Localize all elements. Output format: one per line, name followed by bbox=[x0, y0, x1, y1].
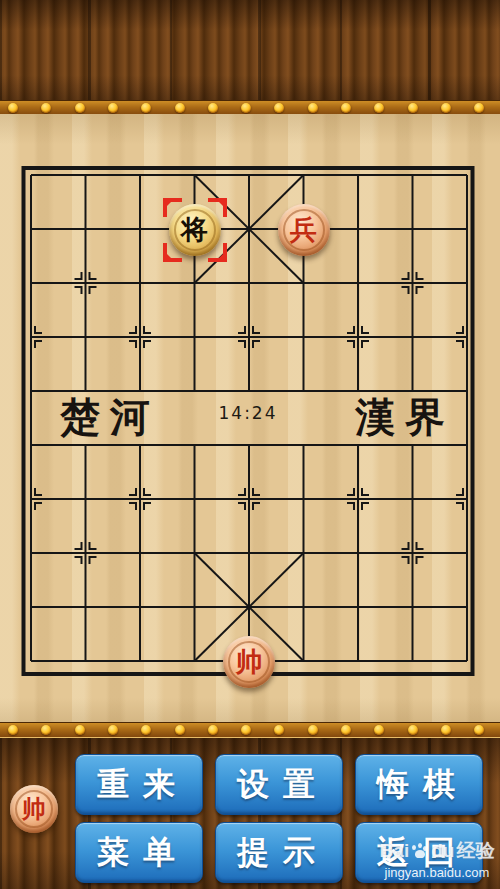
rivet bbox=[141, 725, 151, 735]
button-grid: 重来设置悔棋菜单提示返回 bbox=[75, 754, 483, 883]
rivet bbox=[474, 725, 484, 735]
button-restart[interactable]: 重来 bbox=[75, 754, 203, 815]
selection-marker bbox=[163, 198, 227, 262]
rivet bbox=[175, 725, 185, 735]
rivet bbox=[108, 725, 118, 735]
button-back[interactable]: 返回 bbox=[355, 822, 483, 883]
rivet bbox=[274, 725, 284, 735]
side-piece-icon: 帅 bbox=[10, 785, 58, 833]
rivet bbox=[374, 725, 384, 735]
piece-black-general[interactable]: 将 bbox=[169, 204, 221, 256]
button-settings[interactable]: 设置 bbox=[215, 754, 343, 815]
rivet bbox=[441, 725, 451, 735]
bottom-rivet-rail bbox=[0, 722, 500, 738]
rivet bbox=[341, 725, 351, 735]
rivet bbox=[408, 725, 418, 735]
rivet bbox=[8, 725, 18, 735]
piece-red-general[interactable]: 帅 bbox=[223, 636, 275, 688]
app-screen: 楚河 漢界 14:24 将兵帅 帅 重来设置悔棋菜单提示返回 Bai du 经验… bbox=[0, 0, 500, 889]
rivet bbox=[41, 725, 51, 735]
rivet bbox=[241, 725, 251, 735]
button-undo[interactable]: 悔棋 bbox=[355, 754, 483, 815]
rivet bbox=[75, 725, 85, 735]
button-menu[interactable]: 菜单 bbox=[75, 822, 203, 883]
piece-red-soldier[interactable]: 兵 bbox=[278, 204, 330, 256]
button-hint[interactable]: 提示 bbox=[215, 822, 343, 883]
rivet bbox=[308, 725, 318, 735]
rivet bbox=[208, 725, 218, 735]
